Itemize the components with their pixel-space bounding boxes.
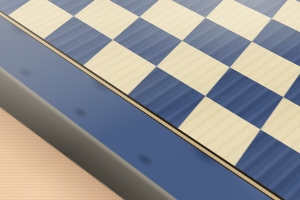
chessboard [0,0,300,200]
photo-scene [0,0,300,200]
